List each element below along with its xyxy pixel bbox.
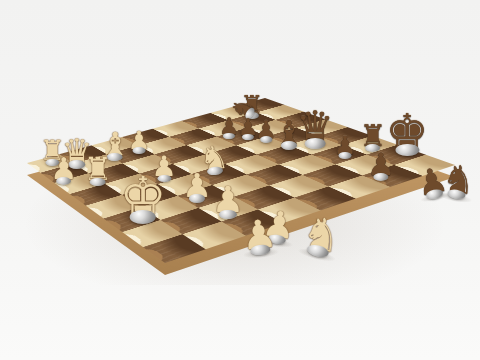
piece-white-pawn-d2[interactable]: ♟ [128,128,150,153]
piece-black-pawn-f2[interactable]: ♟ [219,115,240,138]
product-photo-scene: ♜♛♟♝♜♟♚♟♟♞♟♟♟♞♟♞♜♟♟♝♛♟♜♚♟♟♞ [0,0,480,360]
piece-white-king-b6[interactable]: ♚ [120,170,167,222]
piece-white-pawn-c5[interactable]: ♟ [182,169,212,202]
piece-white-pawn-d7[interactable]: ♟ [212,182,244,218]
piece-black-pawn-h5[interactable]: ♟ [334,133,356,158]
chrome-base [281,141,298,150]
chrome-base [373,173,389,181]
chrome-base [242,134,254,140]
pieces-layer: ♜♛♟♝♜♟♚♟♟♞♟♟♟♞♟♞♜♟♟♝♛♟♜♚♟♟♞ [0,0,480,360]
piece-black-knight-offboard[interactable]: ♞ [439,158,478,200]
chrome-base [57,177,72,185]
chrome-base [189,194,206,203]
chrome-base [305,138,326,149]
piece-white-rook-b3[interactable]: ♜ [84,153,113,185]
chrome-base [130,210,156,224]
piece-white-pawn-a2[interactable]: ♟ [51,154,78,184]
chrome-base [133,147,146,154]
piece-black-bishop-g4[interactable]: ♝ [274,116,304,149]
piece-white-knight-offboard[interactable]: ♞ [298,209,346,260]
piece-black-pawn-g6[interactable]: ♟ [367,149,395,180]
chrome-base [339,152,352,159]
piece-white-pawn-offboard[interactable]: ♟ [240,213,279,255]
